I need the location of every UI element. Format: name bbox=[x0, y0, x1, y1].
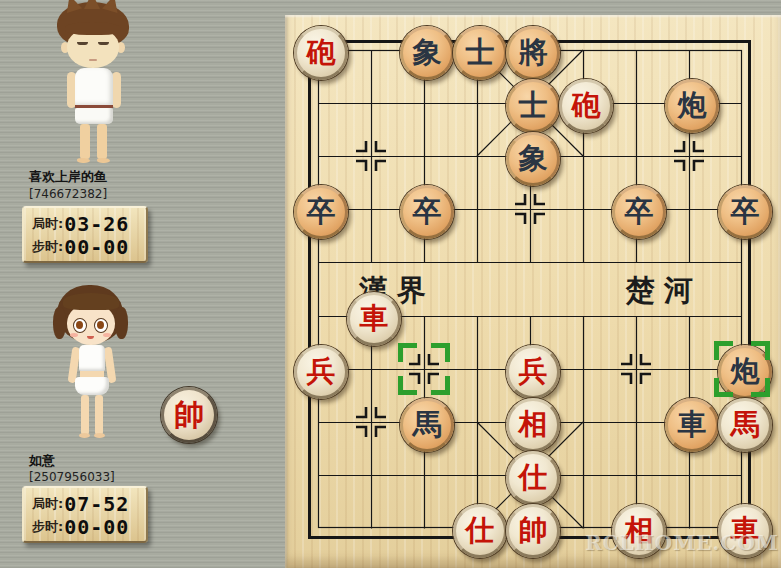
player-bottom-clock: 局时: 07-52 步时: 00-00 bbox=[22, 486, 148, 543]
game-window: 喜欢上岸的鱼 [746672382] 局时: 03-26 步时: 00-00 bbox=[0, 0, 781, 568]
avatar-shorts bbox=[75, 108, 113, 124]
board-piece[interactable]: 象 bbox=[506, 132, 560, 186]
board-piece[interactable]: 卒 bbox=[400, 185, 454, 239]
piece-glyph: 馬 bbox=[731, 410, 760, 439]
avatar-bangs bbox=[63, 293, 119, 310]
board-piece[interactable]: 炮 bbox=[718, 345, 772, 399]
side-indicator-glyph: 帥 bbox=[174, 395, 204, 436]
player-bottom-id: [2507956033] bbox=[29, 470, 115, 484]
piece-glyph: 帥 bbox=[519, 516, 548, 545]
avatar-hair-tuft bbox=[53, 307, 66, 339]
avatar-skirt bbox=[75, 377, 109, 395]
board-piece[interactable]: 仕 bbox=[506, 451, 560, 505]
piece-glyph: 象 bbox=[519, 144, 548, 173]
avatar-top-clothes bbox=[79, 345, 105, 371]
player-top-clock: 局时: 03-26 步时: 00-00 bbox=[22, 206, 148, 263]
board-piece[interactable]: 車 bbox=[347, 292, 401, 346]
piece-glyph: 車 bbox=[360, 304, 389, 333]
piece-glyph: 相 bbox=[519, 410, 548, 439]
avatar-leg bbox=[81, 395, 89, 435]
watermark: RCLHOME.COM bbox=[585, 531, 779, 555]
board-piece[interactable]: 仕 bbox=[453, 504, 507, 558]
piece-glyph: 象 bbox=[413, 38, 442, 67]
river-label-right: 楚河 bbox=[625, 273, 702, 307]
piece-glyph: 士 bbox=[519, 91, 548, 120]
piece-glyph: 砲 bbox=[307, 38, 336, 67]
piece-glyph: 兵 bbox=[307, 357, 336, 386]
board-piece[interactable]: 將 bbox=[506, 26, 560, 80]
piece-glyph: 兵 bbox=[519, 357, 548, 386]
board-piece[interactable]: 相 bbox=[506, 398, 560, 452]
player-bottom-avatar bbox=[48, 283, 134, 448]
game-time-label: 局时: bbox=[32, 495, 63, 513]
game-time-value: 07-52 bbox=[64, 492, 129, 516]
avatar-mouth bbox=[89, 59, 97, 61]
board-piece[interactable]: 卒 bbox=[718, 185, 772, 239]
piece-glyph: 炮 bbox=[731, 357, 760, 386]
piece-glyph: 將 bbox=[519, 38, 548, 67]
piece-glyph: 車 bbox=[678, 410, 707, 439]
avatar-shirt bbox=[75, 68, 113, 106]
avatar-blush bbox=[103, 333, 111, 337]
avatar-foot bbox=[97, 158, 110, 163]
board-piece[interactable]: 馬 bbox=[718, 398, 772, 452]
piece-glyph: 馬 bbox=[413, 410, 442, 439]
piece-glyph: 炮 bbox=[678, 91, 707, 120]
avatar-foot bbox=[77, 158, 90, 163]
move-time-value: 00-00 bbox=[64, 235, 129, 259]
piece-glyph: 仕 bbox=[519, 463, 548, 492]
player-top-name: 喜欢上岸的鱼 bbox=[29, 168, 107, 186]
board-piece[interactable]: 卒 bbox=[612, 185, 666, 239]
player-top-id: [746672382] bbox=[29, 187, 107, 201]
avatar-iris bbox=[97, 321, 104, 329]
board-piece[interactable]: 士 bbox=[506, 79, 560, 133]
board-piece[interactable]: 象 bbox=[400, 26, 454, 80]
avatar-leg bbox=[97, 124, 107, 159]
avatar-foot bbox=[79, 433, 90, 438]
game-time-label: 局时: bbox=[32, 215, 63, 233]
avatar-eye bbox=[94, 318, 108, 333]
avatar-hair-tuft bbox=[115, 307, 128, 339]
piece-glyph: 卒 bbox=[731, 197, 760, 226]
board-piece[interactable]: 馬 bbox=[400, 398, 454, 452]
piece-glyph: 卒 bbox=[307, 197, 336, 226]
board-piece[interactable]: 車 bbox=[665, 398, 719, 452]
avatar-hair-spike bbox=[84, 0, 100, 9]
avatar-fringe bbox=[65, 22, 121, 35]
player-top-avatar bbox=[50, 2, 136, 165]
avatar-closed-eye bbox=[98, 42, 109, 45]
move-time-label: 步时: bbox=[32, 518, 63, 536]
piece-glyph: 卒 bbox=[413, 197, 442, 226]
avatar-foot bbox=[94, 433, 105, 438]
avatar-closed-eye bbox=[77, 42, 88, 45]
game-time-value: 03-26 bbox=[64, 212, 129, 236]
avatar-leg bbox=[95, 395, 103, 435]
avatar-arm bbox=[112, 72, 121, 108]
avatar-iris bbox=[76, 321, 83, 329]
board-piece[interactable]: 砲 bbox=[559, 79, 613, 133]
player-bottom-name: 如意 bbox=[29, 452, 55, 470]
piece-glyph: 卒 bbox=[625, 197, 654, 226]
red-side-indicator-piece: 帥 bbox=[161, 387, 217, 443]
move-time-value: 00-00 bbox=[64, 515, 129, 539]
piece-glyph: 仕 bbox=[466, 516, 495, 545]
board-piece[interactable]: 帥 bbox=[506, 504, 560, 558]
piece-glyph: 士 bbox=[466, 38, 495, 67]
board-piece[interactable]: 士 bbox=[453, 26, 507, 80]
board-piece[interactable]: 兵 bbox=[506, 345, 560, 399]
board-piece[interactable]: 兵 bbox=[294, 345, 348, 399]
avatar-blush bbox=[70, 333, 78, 337]
xiangqi-board[interactable]: 漢界 楚河 砲象士將士砲炮象卒卒卒卒車兵兵炮馬相車馬仕仕帥相車 RCLHOME.… bbox=[285, 15, 781, 568]
avatar-eye bbox=[73, 318, 87, 333]
board-piece[interactable]: 炮 bbox=[665, 79, 719, 133]
board-piece[interactable]: 砲 bbox=[294, 26, 348, 80]
piece-glyph: 砲 bbox=[572, 91, 601, 120]
move-time-label: 步时: bbox=[32, 238, 63, 256]
board-piece[interactable]: 卒 bbox=[294, 185, 348, 239]
avatar-leg bbox=[80, 124, 90, 159]
